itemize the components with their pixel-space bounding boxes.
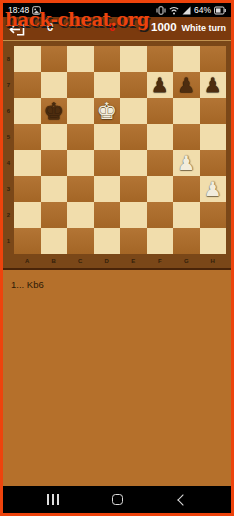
- recents-button[interactable]: [38, 490, 68, 510]
- captured-counter-red: 0: [109, 21, 115, 33]
- square-e8[interactable]: [120, 46, 147, 72]
- square-d5[interactable]: [94, 124, 121, 150]
- square-b5[interactable]: [41, 124, 68, 150]
- chess-board: ♟♟♟♚♚♟♟: [14, 46, 226, 254]
- rank-label-4: 4: [3, 160, 14, 166]
- square-g5[interactable]: [173, 124, 200, 150]
- rank-label-5: 5: [3, 134, 14, 140]
- square-g4[interactable]: ♟: [173, 150, 200, 176]
- square-b3[interactable]: [41, 176, 68, 202]
- square-e4[interactable]: [120, 150, 147, 176]
- square-b1[interactable]: [41, 228, 68, 254]
- square-a5[interactable]: [14, 124, 41, 150]
- square-g2[interactable]: [173, 202, 200, 228]
- home-button[interactable]: [102, 490, 132, 510]
- square-c3[interactable]: [67, 176, 94, 202]
- piece-black-pawn[interactable]: ♟: [151, 75, 169, 95]
- rank-label-6: 6: [3, 108, 14, 114]
- square-a4[interactable]: [14, 150, 41, 176]
- square-d1[interactable]: [94, 228, 121, 254]
- engine-rating: 1000: [151, 21, 177, 33]
- square-f8[interactable]: [147, 46, 174, 72]
- file-label-b: B: [41, 258, 68, 264]
- square-e5[interactable]: [120, 124, 147, 150]
- rank-label-2: 2: [3, 212, 14, 218]
- square-g6[interactable]: [173, 98, 200, 124]
- square-f7[interactable]: ♟: [147, 72, 174, 98]
- square-a8[interactable]: [14, 46, 41, 72]
- square-d3[interactable]: [94, 176, 121, 202]
- square-e2[interactable]: [120, 202, 147, 228]
- move-list: 1... Kb6: [3, 268, 231, 486]
- rank-label-7: 7: [3, 82, 14, 88]
- file-label-g: G: [173, 258, 200, 264]
- rank-label-1: 1: [3, 238, 14, 244]
- square-d8[interactable]: [94, 46, 121, 72]
- square-e1[interactable]: [120, 228, 147, 254]
- square-g7[interactable]: ♟: [173, 72, 200, 98]
- back-button[interactable]: [167, 490, 197, 510]
- file-label-f: F: [147, 258, 174, 264]
- square-f3[interactable]: [147, 176, 174, 202]
- home-icon: [112, 494, 123, 505]
- piece-white-pawn[interactable]: ♟: [204, 179, 222, 199]
- square-c7[interactable]: [67, 72, 94, 98]
- square-b4[interactable]: [41, 150, 68, 176]
- square-g3[interactable]: [173, 176, 200, 202]
- file-label-h: H: [200, 258, 227, 264]
- file-label-d: D: [94, 258, 121, 264]
- phone-screen: 18:48 64% 0 0 1000 Wh: [0, 0, 234, 516]
- wifi-icon: [169, 6, 179, 15]
- piece-black-pawn[interactable]: ♟: [177, 75, 195, 95]
- square-a7[interactable]: [14, 72, 41, 98]
- battery-percent: 64%: [194, 5, 211, 15]
- square-c6[interactable]: [67, 98, 94, 124]
- square-b6[interactable]: ♚: [41, 98, 68, 124]
- square-d4[interactable]: [94, 150, 121, 176]
- square-h3[interactable]: ♟: [200, 176, 227, 202]
- captured-counter-white: 0: [47, 21, 53, 33]
- square-a6[interactable]: [14, 98, 41, 124]
- back-icon: [177, 494, 188, 505]
- file-label-a: A: [14, 258, 41, 264]
- square-h7[interactable]: ♟: [200, 72, 227, 98]
- square-h1[interactable]: [200, 228, 227, 254]
- status-bar: 18:48 64%: [3, 3, 231, 17]
- piece-black-pawn[interactable]: ♟: [204, 75, 222, 95]
- square-b7[interactable]: [41, 72, 68, 98]
- file-label-e: E: [120, 258, 147, 264]
- piece-white-king[interactable]: ♚: [96, 100, 117, 123]
- piece-white-pawn[interactable]: ♟: [177, 153, 195, 173]
- rank-label-3: 3: [3, 186, 14, 192]
- square-g8[interactable]: [173, 46, 200, 72]
- toolbar: 0 0 1000 White turn: [3, 17, 231, 40]
- square-b2[interactable]: [41, 202, 68, 228]
- square-d2[interactable]: [94, 202, 121, 228]
- square-c8[interactable]: [67, 46, 94, 72]
- square-e3[interactable]: [120, 176, 147, 202]
- vibrate-icon: [156, 6, 166, 15]
- square-g1[interactable]: [173, 228, 200, 254]
- square-d7[interactable]: [94, 72, 121, 98]
- android-nav-bar: [3, 486, 231, 513]
- square-a2[interactable]: [14, 202, 41, 228]
- square-c5[interactable]: [67, 124, 94, 150]
- battery-icon: [214, 6, 226, 15]
- screenshot-notification-icon: [32, 6, 41, 15]
- chess-board-frame: ♟♟♟♚♚♟♟ 87654321ABCDEFGH: [3, 40, 231, 268]
- move-entry[interactable]: 1... Kb6: [11, 279, 44, 290]
- square-c1[interactable]: [67, 228, 94, 254]
- square-a3[interactable]: [14, 176, 41, 202]
- square-e6[interactable]: [120, 98, 147, 124]
- piece-black-king[interactable]: ♚: [43, 100, 64, 123]
- cell-signal-icon: [182, 6, 191, 15]
- square-f4[interactable]: [147, 150, 174, 176]
- turn-indicator: White turn: [182, 23, 227, 33]
- file-label-c: C: [67, 258, 94, 264]
- square-f6[interactable]: [147, 98, 174, 124]
- square-c4[interactable]: [67, 150, 94, 176]
- square-h2[interactable]: [200, 202, 227, 228]
- square-d6[interactable]: ♚: [94, 98, 121, 124]
- square-h8[interactable]: [200, 46, 227, 72]
- square-h5[interactable]: [200, 124, 227, 150]
- rank-label-8: 8: [3, 56, 14, 62]
- square-h4[interactable]: [200, 150, 227, 176]
- square-b8[interactable]: [41, 46, 68, 72]
- square-f1[interactable]: [147, 228, 174, 254]
- square-a1[interactable]: [14, 228, 41, 254]
- recents-icon: [47, 494, 59, 505]
- exit-game-button[interactable]: [9, 22, 25, 35]
- square-h6[interactable]: [200, 98, 227, 124]
- square-f5[interactable]: [147, 124, 174, 150]
- square-c2[interactable]: [67, 202, 94, 228]
- clock: 18:48: [8, 5, 29, 15]
- square-f2[interactable]: [147, 202, 174, 228]
- square-e7[interactable]: [120, 72, 147, 98]
